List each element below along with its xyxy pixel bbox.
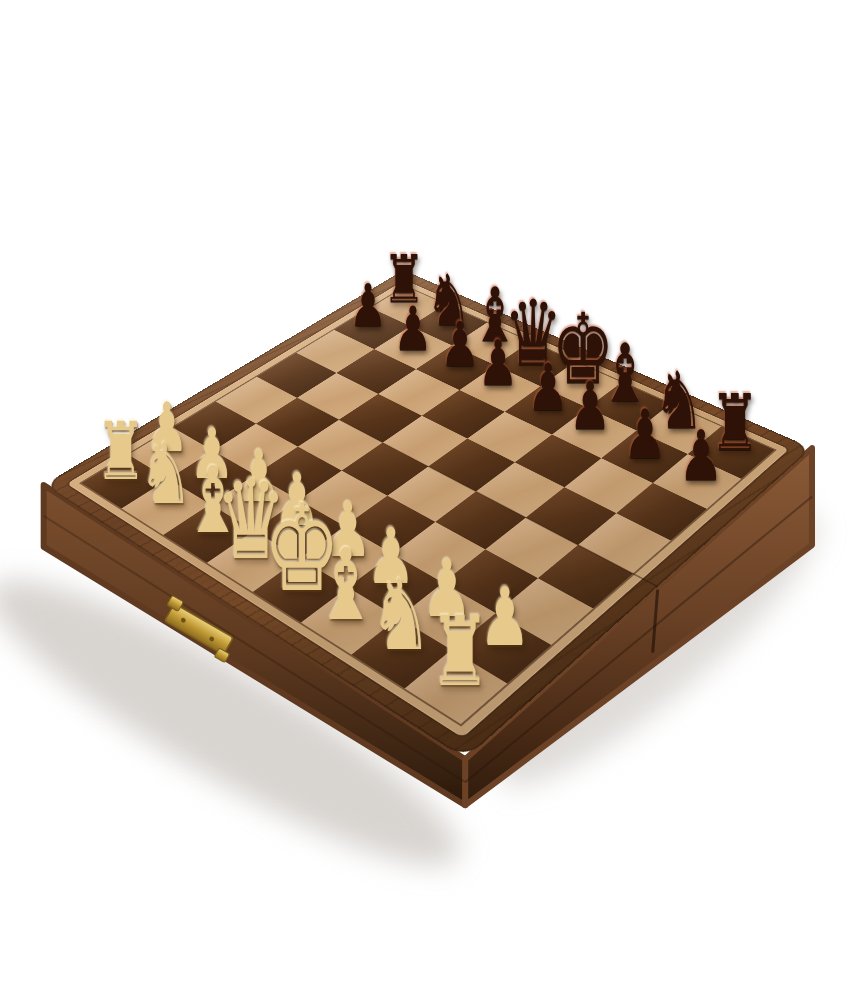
product-photo-stage: ♜♞♟♝♟♛♟♚♟♝♟♞♟♜♟♟♟♟♜♟♞♟♝♟♛♟♚♟♝♟♞♜ [0, 0, 850, 995]
